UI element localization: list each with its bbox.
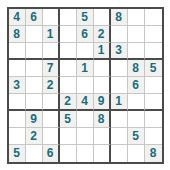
cell-r1c3[interactable] [43,9,60,26]
cell-r1c8[interactable] [128,9,145,26]
cell-r6c4: 2 [60,94,77,111]
cell-r9c2[interactable] [26,145,43,162]
cell-r7c7[interactable] [111,111,128,128]
cell-r9c5[interactable] [77,145,94,162]
cell-r3c2[interactable] [26,43,43,60]
cell-r7c8[interactable] [128,111,145,128]
cell-r8c7[interactable] [111,128,128,145]
cell-r9c4[interactable] [60,145,77,162]
cell-r4c8: 8 [128,60,145,77]
cell-r7c6: 8 [94,111,111,128]
cell-r1c6[interactable] [94,9,111,26]
cell-r1c1: 4 [9,9,26,26]
cell-r6c1[interactable] [9,94,26,111]
cell-r9c8[interactable] [128,145,145,162]
cell-r8c4[interactable] [60,128,77,145]
cell-r5c2[interactable] [26,77,43,94]
cell-r5c3: 2 [43,77,60,94]
cell-r4c5: 1 [77,60,94,77]
cell-r4c3: 7 [43,60,60,77]
cell-r9c3: 6 [43,145,60,162]
cell-r7c5[interactable] [77,111,94,128]
cell-r6c3[interactable] [43,94,60,111]
cell-r1c7: 8 [111,9,128,26]
cell-r4c1[interactable] [9,60,26,77]
cell-r6c9[interactable] [145,94,162,111]
cell-r2c1: 8 [9,26,26,43]
cell-r5c8: 6 [128,77,145,94]
cell-r9c6[interactable] [94,145,111,162]
cell-r4c4[interactable] [60,60,77,77]
cell-r5c5[interactable] [77,77,94,94]
cell-r3c7: 3 [111,43,128,60]
cell-r8c1[interactable] [9,128,26,145]
cell-r9c7[interactable] [111,145,128,162]
cell-r1c4[interactable] [60,9,77,26]
cell-r3c3[interactable] [43,43,60,60]
cell-r5c1: 3 [9,77,26,94]
cell-r2c7[interactable] [111,26,128,43]
cell-r8c8: 5 [128,128,145,145]
cell-r6c8[interactable] [128,94,145,111]
cell-r2c4[interactable] [60,26,77,43]
cell-r7c4: 5 [60,111,77,128]
cell-r3c5[interactable] [77,43,94,60]
cell-r8c5[interactable] [77,128,94,145]
cell-r8c3[interactable] [43,128,60,145]
cell-r6c7: 1 [111,94,128,111]
cell-r3c6: 1 [94,43,111,60]
cell-r3c4[interactable] [60,43,77,60]
cell-r3c1[interactable] [9,43,26,60]
cell-r4c6[interactable] [94,60,111,77]
cell-r4c9: 5 [145,60,162,77]
cell-r7c2: 9 [26,111,43,128]
cell-r6c5: 4 [77,94,94,111]
cell-r1c9[interactable] [145,9,162,26]
cell-r5c9[interactable] [145,77,162,94]
cell-r2c5: 6 [77,26,94,43]
cell-r1c2: 6 [26,9,43,26]
cell-r3c9[interactable] [145,43,162,60]
cell-r8c6[interactable] [94,128,111,145]
sudoku-board: 46588162137185326249195825568 [7,7,164,164]
cell-r2c8[interactable] [128,26,145,43]
cell-r3c8[interactable] [128,43,145,60]
cell-r6c6: 9 [94,94,111,111]
cell-r9c1: 5 [9,145,26,162]
cell-r8c9[interactable] [145,128,162,145]
cell-r7c9[interactable] [145,111,162,128]
cell-r2c6: 2 [94,26,111,43]
cell-r2c3: 1 [43,26,60,43]
cell-r4c7[interactable] [111,60,128,77]
cell-r7c3[interactable] [43,111,60,128]
cell-r5c4[interactable] [60,77,77,94]
cell-r1c5: 5 [77,9,94,26]
cell-r5c6[interactable] [94,77,111,94]
cell-r6c2[interactable] [26,94,43,111]
cell-r2c9[interactable] [145,26,162,43]
cell-r5c7[interactable] [111,77,128,94]
cell-r4c2[interactable] [26,60,43,77]
cell-r8c2: 2 [26,128,43,145]
cell-r2c2[interactable] [26,26,43,43]
cell-r7c1[interactable] [9,111,26,128]
cell-r9c9: 8 [145,145,162,162]
